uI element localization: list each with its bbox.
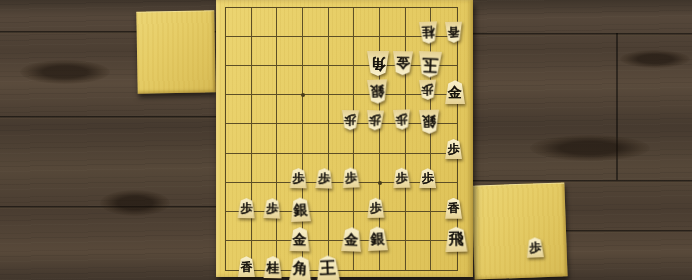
plank-seam — [0, 116, 216, 119]
square-5-1[interactable] — [329, 8, 355, 37]
square-4-1[interactable] — [354, 8, 380, 37]
square-9-5[interactable] — [226, 124, 252, 153]
square-6-3[interactable] — [303, 66, 329, 95]
square-3-1[interactable] — [380, 8, 406, 37]
wood-knot — [100, 190, 170, 216]
square-5-2[interactable] — [329, 37, 355, 66]
komadai-gote — [136, 10, 215, 93]
square-2-9[interactable] — [406, 241, 432, 270]
square-8-3[interactable] — [252, 66, 278, 95]
wood-knot — [530, 135, 650, 161]
square-8-6[interactable] — [252, 154, 278, 183]
wood-knot — [620, 50, 690, 68]
square-9-3[interactable] — [226, 66, 252, 95]
square-4-6[interactable] — [354, 154, 380, 183]
square-9-6[interactable] — [226, 154, 252, 183]
square-7-4[interactable] — [277, 95, 303, 124]
square-8-2[interactable] — [252, 37, 278, 66]
board-grid — [225, 7, 458, 271]
square-7-5[interactable] — [277, 124, 303, 153]
square-5-3[interactable] — [329, 66, 355, 95]
square-8-5[interactable] — [252, 124, 278, 153]
square-7-3[interactable] — [277, 66, 303, 95]
star-point — [378, 181, 382, 185]
square-8-1[interactable] — [252, 8, 278, 37]
square-8-4[interactable] — [252, 95, 278, 124]
square-9-1[interactable] — [226, 8, 252, 37]
square-6-2[interactable] — [303, 37, 329, 66]
plank-seam — [472, 33, 692, 36]
komadai-sente: 歩 — [471, 182, 567, 279]
square-2-8[interactable] — [406, 212, 432, 241]
square-6-1[interactable] — [303, 8, 329, 37]
square-7-1[interactable] — [277, 8, 303, 37]
star-point — [301, 93, 305, 97]
wood-knot — [20, 60, 110, 84]
shogi-board: 桂香角金玉銀歩金歩歩歩銀歩歩歩歩歩歩歩歩銀歩香金金銀飛香桂角王 — [216, 0, 473, 277]
square-9-2[interactable] — [226, 37, 252, 66]
square-6-4[interactable] — [303, 95, 329, 124]
square-7-2[interactable] — [277, 37, 303, 66]
plank-seam — [472, 180, 692, 183]
square-6-5[interactable] — [303, 124, 329, 153]
square-9-4[interactable] — [226, 95, 252, 124]
plank-seam — [560, 230, 692, 233]
